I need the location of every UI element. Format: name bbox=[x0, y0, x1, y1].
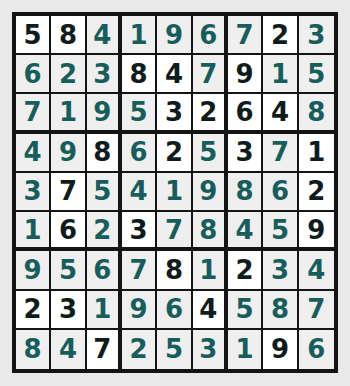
cell-r8c8[interactable]: 8 bbox=[263, 291, 298, 330]
cell-r2c9[interactable]: 5 bbox=[299, 55, 334, 94]
cell-r5c6[interactable]: 9 bbox=[193, 173, 228, 212]
cell-r9c6[interactable]: 3 bbox=[193, 330, 228, 369]
cell-r3c7[interactable]: 6 bbox=[228, 94, 263, 133]
cell-r5c8[interactable]: 6 bbox=[263, 173, 298, 212]
cell-r7c8[interactable]: 3 bbox=[263, 251, 298, 290]
cell-r5c3[interactable]: 5 bbox=[87, 173, 122, 212]
cell-r2c8[interactable]: 1 bbox=[263, 55, 298, 94]
cell-r9c3[interactable]: 7 bbox=[87, 330, 122, 369]
cell-r8c9[interactable]: 7 bbox=[299, 291, 334, 330]
cell-r1c1[interactable]: 5 bbox=[16, 16, 51, 55]
cell-r9c7[interactable]: 1 bbox=[228, 330, 263, 369]
cell-r3c1[interactable]: 7 bbox=[16, 94, 51, 133]
cell-r2c3[interactable]: 3 bbox=[87, 55, 122, 94]
cell-r5c1[interactable]: 3 bbox=[16, 173, 51, 212]
cell-r4c6[interactable]: 5 bbox=[193, 134, 228, 173]
cell-r9c4[interactable]: 2 bbox=[122, 330, 157, 369]
cell-r3c8[interactable]: 4 bbox=[263, 94, 298, 133]
cell-r3c6[interactable]: 2 bbox=[193, 94, 228, 133]
sudoku-board: 5841967236238479157195326484986253713754… bbox=[12, 12, 338, 373]
cell-r2c5[interactable]: 4 bbox=[157, 55, 192, 94]
cell-r2c6[interactable]: 7 bbox=[193, 55, 228, 94]
cell-r4c3[interactable]: 8 bbox=[87, 134, 122, 173]
cell-r3c2[interactable]: 1 bbox=[51, 94, 86, 133]
cell-r7c4[interactable]: 7 bbox=[122, 251, 157, 290]
cell-r6c5[interactable]: 7 bbox=[157, 212, 192, 251]
cell-r8c3[interactable]: 1 bbox=[87, 291, 122, 330]
cell-r3c9[interactable]: 8 bbox=[299, 94, 334, 133]
cell-r7c7[interactable]: 2 bbox=[228, 251, 263, 290]
cell-r4c9[interactable]: 1 bbox=[299, 134, 334, 173]
cell-r7c5[interactable]: 8 bbox=[157, 251, 192, 290]
cell-r5c9[interactable]: 2 bbox=[299, 173, 334, 212]
cell-r1c5[interactable]: 9 bbox=[157, 16, 192, 55]
cell-r8c1[interactable]: 2 bbox=[16, 291, 51, 330]
cell-r1c9[interactable]: 3 bbox=[299, 16, 334, 55]
cell-r8c4[interactable]: 9 bbox=[122, 291, 157, 330]
cell-r4c7[interactable]: 3 bbox=[228, 134, 263, 173]
cell-r5c7[interactable]: 8 bbox=[228, 173, 263, 212]
cell-r9c5[interactable]: 5 bbox=[157, 330, 192, 369]
cell-r8c7[interactable]: 5 bbox=[228, 291, 263, 330]
cell-r9c2[interactable]: 4 bbox=[51, 330, 86, 369]
cell-r3c5[interactable]: 3 bbox=[157, 94, 192, 133]
cell-r8c2[interactable]: 3 bbox=[51, 291, 86, 330]
cell-r2c1[interactable]: 6 bbox=[16, 55, 51, 94]
cell-r7c3[interactable]: 6 bbox=[87, 251, 122, 290]
cell-r6c4[interactable]: 3 bbox=[122, 212, 157, 251]
cell-r1c2[interactable]: 8 bbox=[51, 16, 86, 55]
cell-r8c6[interactable]: 4 bbox=[193, 291, 228, 330]
cell-r2c2[interactable]: 2 bbox=[51, 55, 86, 94]
cell-r1c3[interactable]: 4 bbox=[87, 16, 122, 55]
cell-r4c4[interactable]: 6 bbox=[122, 134, 157, 173]
cell-r6c8[interactable]: 5 bbox=[263, 212, 298, 251]
cell-r9c8[interactable]: 9 bbox=[263, 330, 298, 369]
cell-r3c4[interactable]: 5 bbox=[122, 94, 157, 133]
cell-r5c2[interactable]: 7 bbox=[51, 173, 86, 212]
cell-r4c8[interactable]: 7 bbox=[263, 134, 298, 173]
sudoku-page: { "game": { "name": "Sudoku", "type": "s… bbox=[0, 0, 350, 386]
cell-r9c1[interactable]: 8 bbox=[16, 330, 51, 369]
cell-r5c4[interactable]: 4 bbox=[122, 173, 157, 212]
cell-r2c4[interactable]: 8 bbox=[122, 55, 157, 94]
cell-r1c6[interactable]: 6 bbox=[193, 16, 228, 55]
cell-r9c9[interactable]: 6 bbox=[299, 330, 334, 369]
cell-r6c9[interactable]: 9 bbox=[299, 212, 334, 251]
cell-r1c7[interactable]: 7 bbox=[228, 16, 263, 55]
cell-r4c1[interactable]: 4 bbox=[16, 134, 51, 173]
cell-r4c2[interactable]: 9 bbox=[51, 134, 86, 173]
cell-r7c9[interactable]: 4 bbox=[299, 251, 334, 290]
cell-r6c1[interactable]: 1 bbox=[16, 212, 51, 251]
cell-r6c2[interactable]: 6 bbox=[51, 212, 86, 251]
cell-r1c4[interactable]: 1 bbox=[122, 16, 157, 55]
cell-r2c7[interactable]: 9 bbox=[228, 55, 263, 94]
cell-r4c5[interactable]: 2 bbox=[157, 134, 192, 173]
cell-r1c8[interactable]: 2 bbox=[263, 16, 298, 55]
cell-r7c6[interactable]: 1 bbox=[193, 251, 228, 290]
cell-r6c6[interactable]: 8 bbox=[193, 212, 228, 251]
cell-r6c7[interactable]: 4 bbox=[228, 212, 263, 251]
cell-r7c2[interactable]: 5 bbox=[51, 251, 86, 290]
cell-r7c1[interactable]: 9 bbox=[16, 251, 51, 290]
cell-r3c3[interactable]: 9 bbox=[87, 94, 122, 133]
cell-r8c5[interactable]: 6 bbox=[157, 291, 192, 330]
cell-r5c5[interactable]: 1 bbox=[157, 173, 192, 212]
cell-r6c3[interactable]: 2 bbox=[87, 212, 122, 251]
